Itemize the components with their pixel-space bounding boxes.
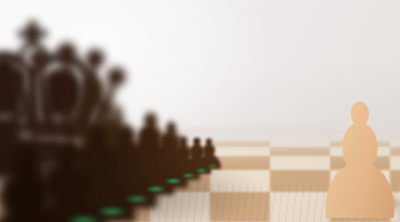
chess-photo-scene: ♝♚♛♝♞♟♟♟♟♟♟♟♟♟♟♟ ♟ xyxy=(0,0,400,222)
photo-vignette xyxy=(0,0,400,222)
